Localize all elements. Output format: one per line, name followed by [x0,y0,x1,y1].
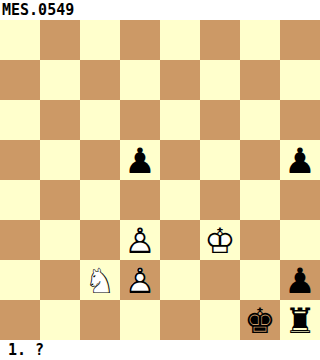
square-c3[interactable] [80,220,120,260]
square-b8[interactable] [40,20,80,60]
puzzle-id: MES.0549 [2,1,74,19]
square-e4[interactable] [160,180,200,220]
square-d4[interactable] [120,180,160,220]
square-c7[interactable] [80,60,120,100]
square-f8[interactable] [200,20,240,60]
square-f7[interactable] [200,60,240,100]
square-d8[interactable] [120,20,160,60]
square-c2[interactable]: ♞♘ [80,260,120,300]
footer: 1. ? [0,340,320,360]
square-e1[interactable] [160,300,200,340]
square-a8[interactable] [0,20,40,60]
square-g3[interactable] [240,220,280,260]
square-f5[interactable] [200,140,240,180]
square-a2[interactable] [0,260,40,300]
title-bar: MES.0549 [0,0,320,20]
square-a3[interactable] [0,220,40,260]
square-b2[interactable] [40,260,80,300]
black-pawn: ♟ [120,140,160,180]
square-d1[interactable] [120,300,160,340]
square-f3[interactable]: ♚♔ [200,220,240,260]
white-pawn: ♙ [120,220,160,260]
move-prompt: 1. ? [8,341,44,359]
square-g4[interactable] [240,180,280,220]
square-h8[interactable] [280,20,320,60]
square-d6[interactable] [120,100,160,140]
white-knight: ♘ [80,260,120,300]
square-f6[interactable] [200,100,240,140]
square-g1[interactable]: ♚ [240,300,280,340]
square-c1[interactable] [80,300,120,340]
square-b7[interactable] [40,60,80,100]
white-king: ♔ [200,220,240,260]
square-c5[interactable] [80,140,120,180]
square-a5[interactable] [0,140,40,180]
square-b1[interactable] [40,300,80,340]
square-b6[interactable] [40,100,80,140]
square-h5[interactable]: ♟ [280,140,320,180]
black-pawn: ♟ [280,260,320,300]
square-h1[interactable]: ♜ [280,300,320,340]
square-h4[interactable] [280,180,320,220]
square-e7[interactable] [160,60,200,100]
square-a6[interactable] [0,100,40,140]
square-h2[interactable]: ♟ [280,260,320,300]
square-e8[interactable] [160,20,200,60]
square-e3[interactable] [160,220,200,260]
square-g5[interactable] [240,140,280,180]
square-e5[interactable] [160,140,200,180]
square-g2[interactable] [240,260,280,300]
white-pawn: ♙ [120,260,160,300]
square-c6[interactable] [80,100,120,140]
square-a7[interactable] [0,60,40,100]
square-c4[interactable] [80,180,120,220]
square-f1[interactable] [200,300,240,340]
square-b5[interactable] [40,140,80,180]
square-h7[interactable] [280,60,320,100]
square-f2[interactable] [200,260,240,300]
square-d3[interactable]: ♟♙ [120,220,160,260]
square-g8[interactable] [240,20,280,60]
square-e2[interactable] [160,260,200,300]
square-d7[interactable] [120,60,160,100]
square-b3[interactable] [40,220,80,260]
square-h6[interactable] [280,100,320,140]
square-e6[interactable] [160,100,200,140]
square-f4[interactable] [200,180,240,220]
square-c8[interactable] [80,20,120,60]
square-g7[interactable] [240,60,280,100]
square-d2[interactable]: ♟♙ [120,260,160,300]
black-pawn: ♟ [280,140,320,180]
black-rook: ♜ [280,300,320,340]
square-b4[interactable] [40,180,80,220]
square-h3[interactable] [280,220,320,260]
square-d5[interactable]: ♟ [120,140,160,180]
chess-board: ♟♟♟♙♚♔♞♘♟♙♟♚♜ [0,20,320,340]
black-king: ♚ [240,300,280,340]
square-g6[interactable] [240,100,280,140]
square-a4[interactable] [0,180,40,220]
square-a1[interactable] [0,300,40,340]
